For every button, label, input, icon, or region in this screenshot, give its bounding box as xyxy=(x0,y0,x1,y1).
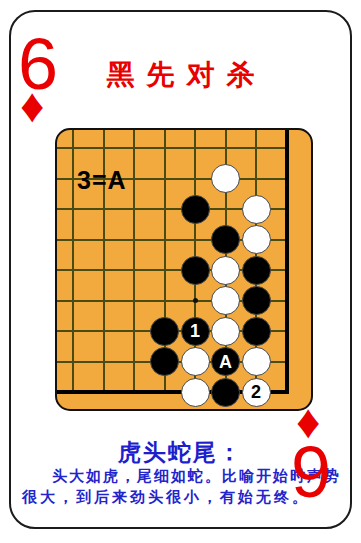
go-board: 3=A 1A2 xyxy=(55,128,313,411)
black-stone xyxy=(150,317,179,346)
move-equivalence-label: 3=A xyxy=(77,166,127,195)
white-stone xyxy=(211,256,240,285)
stone-label: A xyxy=(219,353,232,371)
white-stone-2: 2 xyxy=(242,378,271,407)
black-stone-1: 1 xyxy=(181,317,210,346)
black-stone xyxy=(150,347,179,376)
black-stone-A: A xyxy=(211,347,240,376)
black-stone xyxy=(181,195,210,224)
problem-title: 黑先对杀 xyxy=(0,56,361,94)
grid-line-horizontal xyxy=(57,147,289,149)
board-edge-line-right xyxy=(285,130,289,394)
black-stone xyxy=(242,286,271,315)
star-point xyxy=(193,298,198,303)
black-stone xyxy=(242,256,271,285)
black-stone xyxy=(211,378,240,407)
white-stone xyxy=(242,225,271,254)
stone-label: 1 xyxy=(190,322,200,340)
grid-line-vertical xyxy=(133,130,135,394)
white-stone xyxy=(181,347,210,376)
go-problem-card-page: { "game": "go", "card": { "rank_top": "6… xyxy=(0,0,361,543)
card-rank-bottom-right: 9 xyxy=(291,436,331,508)
black-stone xyxy=(181,256,210,285)
white-stone xyxy=(211,286,240,315)
white-stone xyxy=(211,164,240,193)
black-stone xyxy=(242,317,271,346)
white-stone xyxy=(181,378,210,407)
white-stone xyxy=(211,317,240,346)
stone-label: 2 xyxy=(251,383,261,401)
idiom-definition-line-2: 很大，到后来劲头很小，有始无终。 xyxy=(22,488,310,507)
white-stone xyxy=(242,347,271,376)
white-stone xyxy=(242,195,271,224)
black-stone xyxy=(211,225,240,254)
grid-line-vertical xyxy=(72,130,74,394)
